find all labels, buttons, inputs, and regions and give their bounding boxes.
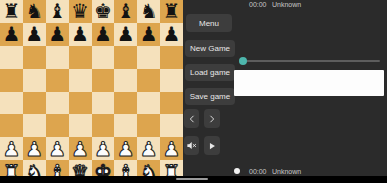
square-c3[interactable] [46, 114, 69, 137]
square-a7[interactable]: ♟ [0, 23, 23, 46]
square-c6[interactable] [46, 46, 69, 69]
android-nav-bar [0, 176, 387, 183]
square-f7[interactable]: ♟ [114, 23, 137, 46]
square-b3[interactable] [23, 114, 46, 137]
volume-off-icon [186, 140, 197, 151]
black-king[interactable]: ♚ [94, 1, 112, 21]
square-e7[interactable]: ♟ [92, 23, 115, 46]
black-rook[interactable]: ♜ [2, 1, 20, 21]
white-pawn[interactable]: ♟ [2, 138, 20, 158]
square-a8[interactable]: ♜ [0, 0, 23, 23]
square-a3[interactable] [0, 114, 23, 137]
top-player-name: Unknown [272, 1, 301, 8]
square-b2[interactable]: ♟ [23, 137, 46, 160]
black-pawn[interactable]: ♟ [140, 24, 158, 44]
bottom-player-clock: 00:00 [249, 168, 267, 175]
black-bishop[interactable]: ♝ [48, 1, 66, 21]
chess-board[interactable]: ♜♞♝♛♚♝♞♜♟♟♟♟♟♟♟♟♟♟♟♟♟♟♟♟♜♞♝♛♚♝♞♜ [0, 0, 183, 183]
square-a5[interactable] [0, 69, 23, 92]
chess-app-window: ♜♞♝♛♚♝♞♜♟♟♟♟♟♟♟♟♟♟♟♟♟♟♟♟♜♞♝♛♚♝♞♜ 00:00 U… [0, 0, 387, 183]
square-d7[interactable]: ♟ [69, 23, 92, 46]
gesture-pill[interactable] [176, 178, 208, 180]
square-a2[interactable]: ♟ [0, 137, 23, 160]
square-d4[interactable] [69, 92, 92, 115]
black-pawn[interactable]: ♟ [117, 24, 135, 44]
chevron-left-icon [187, 114, 197, 124]
square-g8[interactable]: ♞ [137, 0, 160, 23]
square-g7[interactable]: ♟ [137, 23, 160, 46]
white-pawn[interactable]: ♟ [163, 138, 181, 158]
square-e5[interactable] [92, 69, 115, 92]
square-b5[interactable] [23, 69, 46, 92]
square-d6[interactable] [69, 46, 92, 69]
square-c8[interactable]: ♝ [46, 0, 69, 23]
chevron-right-icon [207, 114, 217, 124]
square-f3[interactable] [114, 114, 137, 137]
square-d3[interactable] [69, 114, 92, 137]
load-game-button[interactable]: Load game [185, 64, 235, 81]
square-d2[interactable]: ♟ [69, 137, 92, 160]
square-g2[interactable]: ♟ [137, 137, 160, 160]
next-move-button[interactable] [204, 109, 220, 128]
square-d5[interactable] [69, 69, 92, 92]
new-game-button[interactable]: New Game [185, 40, 235, 57]
game-position-slider-knob[interactable] [239, 57, 247, 65]
square-f2[interactable]: ♟ [114, 137, 137, 160]
square-a6[interactable] [0, 46, 23, 69]
square-f5[interactable] [114, 69, 137, 92]
square-c4[interactable] [46, 92, 69, 115]
white-pawn[interactable]: ♟ [25, 138, 43, 158]
square-c2[interactable]: ♟ [46, 137, 69, 160]
square-e8[interactable]: ♚ [92, 0, 115, 23]
square-c5[interactable] [46, 69, 69, 92]
menu-button[interactable]: Menu [186, 14, 232, 32]
square-b6[interactable] [23, 46, 46, 69]
square-h5[interactable] [160, 69, 183, 92]
game-position-slider-track[interactable] [240, 60, 380, 62]
square-a4[interactable] [0, 92, 23, 115]
black-knight[interactable]: ♞ [25, 1, 43, 21]
square-e6[interactable] [92, 46, 115, 69]
turn-indicator-dot [234, 168, 240, 174]
square-c7[interactable]: ♟ [46, 23, 69, 46]
square-e4[interactable] [92, 92, 115, 115]
square-d8[interactable]: ♛ [69, 0, 92, 23]
square-h7[interactable]: ♟ [160, 23, 183, 46]
square-b4[interactable] [23, 92, 46, 115]
play-icon [207, 141, 217, 151]
black-queen[interactable]: ♛ [71, 1, 89, 21]
square-h8[interactable]: ♜ [160, 0, 183, 23]
black-rook[interactable]: ♜ [163, 1, 181, 21]
white-pawn[interactable]: ♟ [94, 138, 112, 158]
square-e3[interactable] [92, 114, 115, 137]
black-pawn[interactable]: ♟ [163, 24, 181, 44]
square-b7[interactable]: ♟ [23, 23, 46, 46]
move-list[interactable] [234, 70, 384, 96]
save-game-button[interactable]: Save game [185, 88, 235, 105]
square-g3[interactable] [137, 114, 160, 137]
square-b8[interactable]: ♞ [23, 0, 46, 23]
black-pawn[interactable]: ♟ [25, 24, 43, 44]
square-e2[interactable]: ♟ [92, 137, 115, 160]
side-panel: 00:00 Unknown Menu New Game Load game Sa… [183, 0, 387, 176]
top-player-clock: 00:00 [249, 1, 267, 8]
black-pawn[interactable]: ♟ [94, 24, 112, 44]
mute-button[interactable] [184, 136, 199, 155]
black-bishop[interactable]: ♝ [117, 1, 135, 21]
white-pawn[interactable]: ♟ [140, 138, 158, 158]
bottom-player-name: Unknown [272, 168, 301, 175]
square-g6[interactable] [137, 46, 160, 69]
square-h4[interactable] [160, 92, 183, 115]
square-g4[interactable] [137, 92, 160, 115]
square-f6[interactable] [114, 46, 137, 69]
square-f4[interactable] [114, 92, 137, 115]
square-h2[interactable]: ♟ [160, 137, 183, 160]
square-f8[interactable]: ♝ [114, 0, 137, 23]
play-button[interactable] [204, 136, 220, 155]
white-pawn[interactable]: ♟ [71, 138, 89, 158]
black-pawn[interactable]: ♟ [2, 24, 20, 44]
white-pawn[interactable]: ♟ [117, 138, 135, 158]
square-h6[interactable] [160, 46, 183, 69]
black-pawn[interactable]: ♟ [48, 24, 66, 44]
square-h3[interactable] [160, 114, 183, 137]
black-knight[interactable]: ♞ [140, 1, 158, 21]
white-pawn[interactable]: ♟ [48, 138, 66, 158]
black-pawn[interactable]: ♟ [71, 24, 89, 44]
prev-move-button[interactable] [184, 109, 199, 128]
square-g5[interactable] [137, 69, 160, 92]
